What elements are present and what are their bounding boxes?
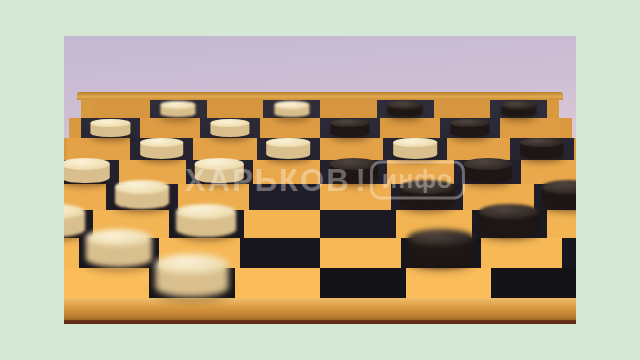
square <box>490 100 547 118</box>
square <box>140 118 200 138</box>
checker-piece-white <box>64 158 109 183</box>
square <box>440 118 500 138</box>
checker-piece-white <box>393 138 437 160</box>
square <box>380 118 440 138</box>
square <box>491 268 576 298</box>
watermark-site-name: ХАРЬКОВ <box>185 162 350 198</box>
checker-piece-white <box>274 101 309 117</box>
square <box>534 184 576 210</box>
table-edge-shadow <box>64 320 576 324</box>
square <box>500 118 560 138</box>
square <box>149 268 235 298</box>
square <box>320 210 396 238</box>
checker-piece-white <box>155 254 228 297</box>
checker-piece-black <box>501 101 536 117</box>
checker-piece-white <box>115 180 169 209</box>
square <box>377 100 434 118</box>
square <box>64 238 79 268</box>
square <box>320 118 380 138</box>
checker-piece-white <box>140 138 184 160</box>
square <box>240 238 321 268</box>
square <box>320 268 406 298</box>
board-rim-front <box>64 298 576 320</box>
board-rim-far <box>77 92 563 100</box>
checker-piece-white <box>176 204 236 237</box>
square <box>79 238 160 268</box>
square <box>130 138 193 160</box>
square <box>64 160 119 184</box>
square <box>64 268 149 298</box>
watermark: ХАРЬКОВ ! инфо <box>185 161 465 200</box>
checker-piece-black <box>464 158 512 183</box>
square <box>383 138 446 160</box>
checker-piece-white <box>161 101 196 117</box>
checker-piece-black <box>542 180 576 209</box>
board-row <box>69 118 572 138</box>
checkers-photo: ХАРЬКОВ ! инфо <box>64 36 576 324</box>
square <box>235 268 321 298</box>
square <box>434 100 491 118</box>
board-row <box>64 238 576 268</box>
square <box>401 238 482 268</box>
square <box>106 184 177 210</box>
board-row <box>64 138 576 160</box>
checker-piece-black <box>388 101 423 117</box>
square <box>207 100 264 118</box>
checker-piece-white <box>64 204 85 237</box>
checker-piece-white <box>86 229 152 267</box>
checker-piece-white <box>91 119 130 138</box>
square <box>481 238 562 268</box>
square <box>320 100 377 118</box>
checkers-board <box>64 92 576 324</box>
watermark-exclamation: ! <box>356 162 368 198</box>
square <box>67 138 130 160</box>
square <box>169 210 245 238</box>
checker-piece-black <box>450 119 489 138</box>
square <box>93 100 150 118</box>
square <box>81 118 141 138</box>
board-row <box>81 100 559 118</box>
square <box>510 138 573 160</box>
mint-frame: ХАРЬКОВ ! инфо <box>0 0 640 360</box>
checker-piece-black <box>330 119 369 138</box>
square <box>257 138 320 160</box>
square <box>193 138 256 160</box>
square <box>447 138 510 160</box>
board-row <box>64 268 576 298</box>
square <box>562 238 577 268</box>
square <box>263 100 320 118</box>
square <box>472 210 548 238</box>
square <box>547 210 576 238</box>
square <box>260 118 320 138</box>
checker-piece-black <box>479 204 539 237</box>
checker-piece-black <box>408 229 474 267</box>
square <box>244 210 320 238</box>
checker-piece-white <box>267 138 311 160</box>
square <box>200 118 260 138</box>
square <box>320 138 383 160</box>
square <box>320 238 401 268</box>
square <box>150 100 207 118</box>
square <box>406 268 492 298</box>
checker-piece-black <box>520 138 564 160</box>
watermark-info-badge: инфо <box>370 161 465 200</box>
checker-piece-white <box>211 119 250 138</box>
